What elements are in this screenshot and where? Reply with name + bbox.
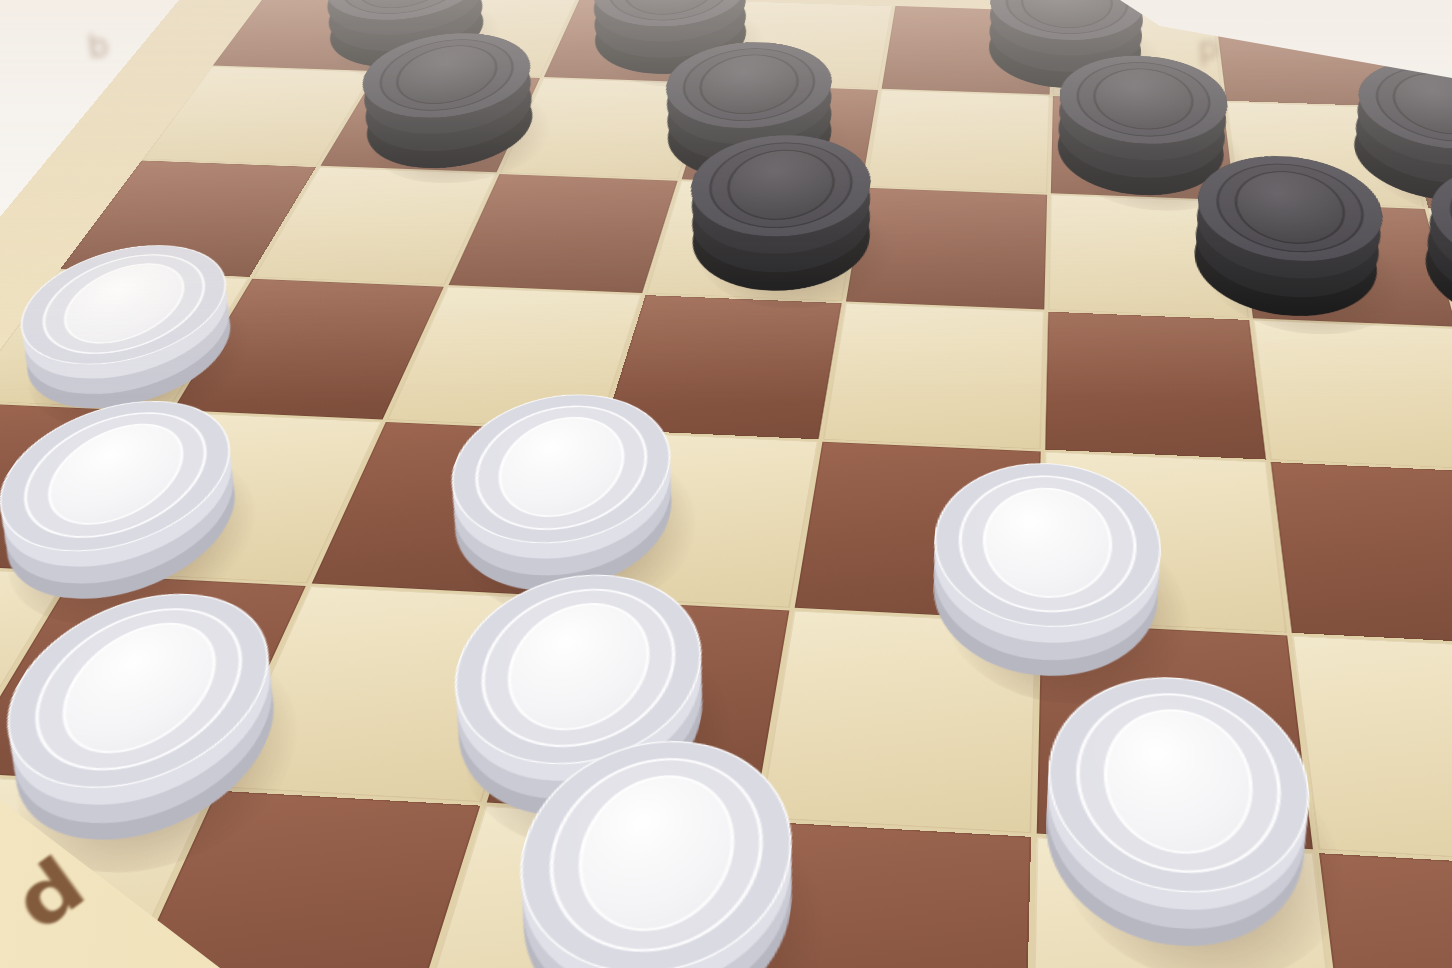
checkers-board	[0, 0, 1452, 968]
square-e8[interactable]	[882, 6, 1052, 94]
square-b5[interactable]	[173, 279, 444, 420]
black-man-e6[interactable]	[670, 183, 884, 304]
white-man-b3[interactable]	[0, 633, 320, 862]
white-man-e4[interactable]	[917, 502, 1170, 695]
square-g4[interactable]	[1271, 462, 1452, 645]
checkers-photo-stage: b p d	[0, 0, 1452, 968]
square-e6[interactable]	[846, 188, 1047, 310]
square-a4[interactable]	[0, 403, 168, 572]
square-h6[interactable]	[1429, 209, 1452, 335]
square-e7[interactable]	[865, 90, 1049, 193]
white-man-f3[interactable]	[1034, 717, 1328, 968]
square-f5[interactable]	[1045, 312, 1266, 460]
square-e5[interactable]	[823, 303, 1044, 449]
square-e4[interactable]	[795, 442, 1041, 620]
square-g5[interactable]	[1253, 320, 1452, 470]
black-man-g6[interactable]	[1184, 204, 1397, 329]
square-e2[interactable]	[714, 821, 1031, 968]
board-grid	[0, 0, 1452, 968]
board-scene	[0, 0, 1452, 968]
